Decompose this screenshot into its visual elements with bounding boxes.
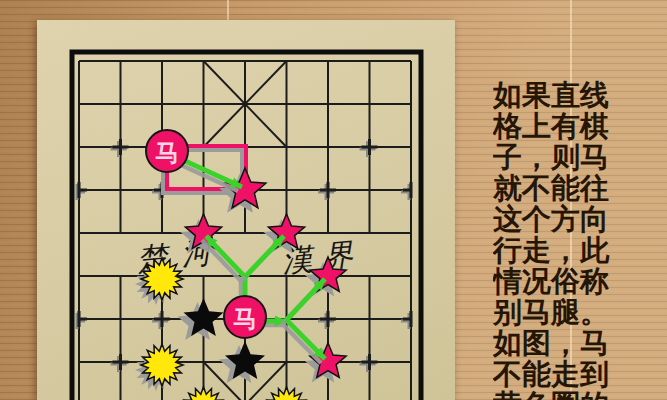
horse-label: 马 (233, 305, 257, 332)
horse-label: 马 (155, 139, 179, 166)
lesson-line: 如图，马 (493, 328, 633, 359)
red-horse-piece: 马 (146, 130, 188, 172)
lesson-line: 行走，此 (493, 235, 633, 266)
lesson-line: 格上有棋 (493, 111, 633, 142)
blocked-move-burst (141, 258, 183, 300)
blocked-move-burst (183, 387, 225, 400)
lesson-text: 如果直线格上有棋子，则马就不能往这个方向行走，此情况俗称别马腿。如图，马不能走到… (493, 80, 633, 400)
lesson-line: 如果直线 (493, 80, 633, 111)
lesson-line: 不能走到 (493, 359, 633, 390)
lesson-line: 就不能往 (493, 173, 633, 204)
lesson-line: 情况俗称 (493, 266, 633, 297)
lesson-line: 别马腿。 (493, 297, 633, 328)
tutorial-page: 楚河漢界马马 如果直线格上有棋子，则马就不能往这个方向行走，此情况俗称别马腿。如… (0, 0, 667, 400)
red-horse-piece: 马 (224, 296, 266, 338)
lesson-line: 这个方向 (493, 204, 633, 235)
lesson-line: 黄色圈的 (493, 390, 633, 400)
blocked-move-burst (141, 344, 183, 386)
blocked-move-burst (266, 387, 308, 400)
lesson-line: 子，则马 (493, 142, 633, 173)
